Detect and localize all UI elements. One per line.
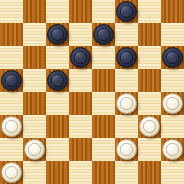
black-man-piece[interactable] xyxy=(162,47,183,68)
black-man-piece[interactable] xyxy=(1,70,22,91)
black-man-piece[interactable] xyxy=(47,24,68,45)
square-c1[interactable] xyxy=(46,161,69,184)
square-f8[interactable] xyxy=(115,0,138,23)
square-e3[interactable] xyxy=(92,115,115,138)
white-man-piece[interactable] xyxy=(116,93,137,114)
square-a5[interactable] xyxy=(0,69,23,92)
square-e1[interactable] xyxy=(92,161,115,184)
black-man-piece[interactable] xyxy=(116,47,137,68)
square-b4[interactable] xyxy=(23,92,46,115)
square-a1[interactable] xyxy=(0,161,23,184)
square-f6[interactable] xyxy=(115,46,138,69)
square-e8[interactable] xyxy=(92,0,115,23)
square-g5[interactable] xyxy=(138,69,161,92)
square-c7[interactable] xyxy=(46,23,69,46)
square-g8[interactable] xyxy=(138,0,161,23)
white-man-piece[interactable] xyxy=(1,116,22,137)
square-a8[interactable] xyxy=(0,0,23,23)
square-f2[interactable] xyxy=(115,138,138,161)
square-g1[interactable] xyxy=(138,161,161,184)
square-f1[interactable] xyxy=(115,161,138,184)
square-e2[interactable] xyxy=(92,138,115,161)
square-g2[interactable] xyxy=(138,138,161,161)
square-g3[interactable] xyxy=(138,115,161,138)
white-man-piece[interactable] xyxy=(162,93,183,114)
square-a7[interactable] xyxy=(0,23,23,46)
square-b1[interactable] xyxy=(23,161,46,184)
black-man-piece[interactable] xyxy=(93,24,114,45)
square-c4[interactable] xyxy=(46,92,69,115)
square-f4[interactable] xyxy=(115,92,138,115)
square-e6[interactable] xyxy=(92,46,115,69)
square-b8[interactable] xyxy=(23,0,46,23)
checkers-board xyxy=(0,0,184,184)
white-man-piece[interactable] xyxy=(162,139,183,160)
square-g7[interactable] xyxy=(138,23,161,46)
square-g6[interactable] xyxy=(138,46,161,69)
square-c2[interactable] xyxy=(46,138,69,161)
square-f7[interactable] xyxy=(115,23,138,46)
square-b5[interactable] xyxy=(23,69,46,92)
square-d1[interactable] xyxy=(69,161,92,184)
square-d2[interactable] xyxy=(69,138,92,161)
square-h5[interactable] xyxy=(161,69,184,92)
square-f3[interactable] xyxy=(115,115,138,138)
square-a2[interactable] xyxy=(0,138,23,161)
black-man-piece[interactable] xyxy=(116,1,137,22)
square-e5[interactable] xyxy=(92,69,115,92)
square-d4[interactable] xyxy=(69,92,92,115)
square-c5[interactable] xyxy=(46,69,69,92)
square-e4[interactable] xyxy=(92,92,115,115)
white-man-piece[interactable] xyxy=(24,139,45,160)
square-c3[interactable] xyxy=(46,115,69,138)
white-man-piece[interactable] xyxy=(116,139,137,160)
square-d3[interactable] xyxy=(69,115,92,138)
square-d8[interactable] xyxy=(69,0,92,23)
square-h8[interactable] xyxy=(161,0,184,23)
square-h1[interactable] xyxy=(161,161,184,184)
square-d7[interactable] xyxy=(69,23,92,46)
black-man-piece[interactable] xyxy=(70,47,91,68)
square-a3[interactable] xyxy=(0,115,23,138)
square-b2[interactable] xyxy=(23,138,46,161)
square-h7[interactable] xyxy=(161,23,184,46)
black-man-piece[interactable] xyxy=(47,70,68,91)
square-a4[interactable] xyxy=(0,92,23,115)
square-b3[interactable] xyxy=(23,115,46,138)
square-h4[interactable] xyxy=(161,92,184,115)
white-man-piece[interactable] xyxy=(1,162,22,183)
square-g4[interactable] xyxy=(138,92,161,115)
square-d6[interactable] xyxy=(69,46,92,69)
square-b6[interactable] xyxy=(23,46,46,69)
square-h2[interactable] xyxy=(161,138,184,161)
square-h6[interactable] xyxy=(161,46,184,69)
white-man-piece[interactable] xyxy=(139,116,160,137)
square-c6[interactable] xyxy=(46,46,69,69)
square-h3[interactable] xyxy=(161,115,184,138)
square-d5[interactable] xyxy=(69,69,92,92)
square-e7[interactable] xyxy=(92,23,115,46)
square-c8[interactable] xyxy=(46,0,69,23)
square-f5[interactable] xyxy=(115,69,138,92)
square-a6[interactable] xyxy=(0,46,23,69)
square-b7[interactable] xyxy=(23,23,46,46)
